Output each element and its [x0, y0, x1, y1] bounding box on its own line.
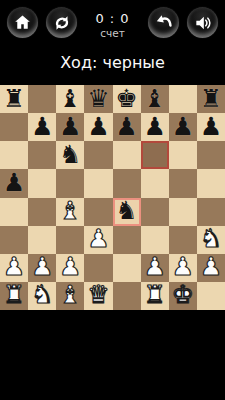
square-b8[interactable] [28, 85, 56, 113]
square-d6[interactable] [84, 141, 112, 169]
square-c4[interactable]: ♝ [56, 198, 84, 226]
square-c8[interactable]: ♝ [56, 85, 84, 113]
square-g3[interactable] [169, 226, 197, 254]
square-g8[interactable] [169, 85, 197, 113]
score-display: 0 : 0 счет [95, 12, 129, 39]
square-d8[interactable]: ♛ [84, 85, 112, 113]
chess-board: ♜♝♛♚♝♜♟♟♟♟♟♟♟♞♟♝♞♟♞♟♟♟♟♟♟♜♞♝♛♜♚ [0, 85, 225, 310]
square-b5[interactable] [28, 169, 56, 197]
square-e2[interactable] [113, 254, 141, 282]
piece-black-bishop: ♝ [143, 86, 165, 111]
piece-black-bishop: ♝ [59, 86, 81, 111]
piece-white-knight: ♞ [31, 282, 53, 307]
square-h4[interactable] [197, 198, 225, 226]
piece-black-pawn: ♟ [31, 114, 53, 139]
square-e7[interactable]: ♟ [113, 113, 141, 141]
square-f5[interactable] [141, 169, 169, 197]
speaker-icon [193, 13, 213, 33]
square-a1[interactable]: ♜ [0, 282, 28, 310]
square-h8[interactable]: ♜ [197, 85, 225, 113]
square-f7[interactable]: ♟ [141, 113, 169, 141]
piece-black-pawn: ♟ [3, 170, 25, 195]
square-d1[interactable]: ♛ [84, 282, 112, 310]
square-b3[interactable] [28, 226, 56, 254]
square-h5[interactable] [197, 169, 225, 197]
square-a3[interactable] [0, 226, 28, 254]
piece-white-bishop: ♝ [59, 282, 81, 307]
undo-button[interactable] [148, 7, 179, 38]
square-d5[interactable] [84, 169, 112, 197]
piece-black-pawn: ♟ [172, 114, 194, 139]
square-c5[interactable] [56, 169, 84, 197]
square-f2[interactable]: ♟ [141, 254, 169, 282]
piece-white-bishop: ♝ [59, 198, 81, 223]
square-e4[interactable]: ♞ [113, 198, 141, 226]
piece-black-pawn: ♟ [59, 114, 81, 139]
square-h1[interactable] [197, 282, 225, 310]
undo-arrow-icon [154, 13, 174, 33]
piece-black-knight: ♞ [59, 142, 81, 167]
square-c1[interactable]: ♝ [56, 282, 84, 310]
piece-white-rook: ♜ [3, 282, 25, 307]
square-g6[interactable] [169, 141, 197, 169]
restart-button[interactable] [46, 7, 77, 38]
piece-black-knight: ♞ [115, 198, 137, 223]
square-f8[interactable]: ♝ [141, 85, 169, 113]
square-b7[interactable]: ♟ [28, 113, 56, 141]
square-b4[interactable] [28, 198, 56, 226]
square-g1[interactable]: ♚ [169, 282, 197, 310]
square-e6[interactable] [113, 141, 141, 169]
square-d3[interactable]: ♟ [84, 226, 112, 254]
piece-white-knight: ♞ [200, 226, 222, 251]
square-f4[interactable] [141, 198, 169, 226]
piece-black-rook: ♜ [3, 86, 25, 111]
piece-white-king: ♚ [172, 282, 194, 307]
score-label: счет [95, 27, 129, 39]
square-c2[interactable]: ♟ [56, 254, 84, 282]
square-g4[interactable] [169, 198, 197, 226]
piece-white-rook: ♜ [143, 282, 165, 307]
square-d2[interactable] [84, 254, 112, 282]
square-h7[interactable]: ♟ [197, 113, 225, 141]
square-e3[interactable] [113, 226, 141, 254]
piece-white-pawn: ♟ [3, 254, 25, 279]
piece-black-rook: ♜ [200, 86, 222, 111]
square-b2[interactable]: ♟ [28, 254, 56, 282]
score-value: 0 : 0 [95, 12, 129, 27]
square-h6[interactable] [197, 141, 225, 169]
app-screen: 0 : 0 счет Ход: черные ♜♝♛♚♝♜♟♟♟♟♟♟♟♞♟♝♞… [0, 0, 225, 400]
refresh-icon [52, 13, 72, 33]
square-g5[interactable] [169, 169, 197, 197]
square-a8[interactable]: ♜ [0, 85, 28, 113]
square-b6[interactable] [28, 141, 56, 169]
piece-white-queen: ♛ [87, 282, 109, 307]
piece-black-pawn: ♟ [87, 114, 109, 139]
sound-button[interactable] [187, 7, 218, 38]
piece-black-pawn: ♟ [200, 114, 222, 139]
home-icon [13, 13, 32, 32]
square-e1[interactable] [113, 282, 141, 310]
piece-white-pawn: ♟ [143, 254, 165, 279]
square-c7[interactable]: ♟ [56, 113, 84, 141]
square-c6[interactable]: ♞ [56, 141, 84, 169]
square-e5[interactable] [113, 169, 141, 197]
square-f3[interactable] [141, 226, 169, 254]
square-a2[interactable]: ♟ [0, 254, 28, 282]
square-a7[interactable] [0, 113, 28, 141]
square-h3[interactable]: ♞ [197, 226, 225, 254]
square-b1[interactable]: ♞ [28, 282, 56, 310]
piece-white-pawn: ♟ [200, 254, 222, 279]
square-f6[interactable] [141, 141, 169, 169]
square-g2[interactable]: ♟ [169, 254, 197, 282]
square-c3[interactable] [56, 226, 84, 254]
square-d7[interactable]: ♟ [84, 113, 112, 141]
square-a6[interactable] [0, 141, 28, 169]
turn-indicator: Ход: черные [0, 53, 225, 72]
piece-white-pawn: ♟ [172, 254, 194, 279]
square-e8[interactable]: ♚ [113, 85, 141, 113]
home-button[interactable] [7, 7, 38, 38]
piece-white-pawn: ♟ [59, 254, 81, 279]
piece-black-pawn: ♟ [143, 114, 165, 139]
piece-white-pawn: ♟ [31, 254, 53, 279]
square-f1[interactable]: ♜ [141, 282, 169, 310]
piece-black-queen: ♛ [87, 86, 109, 111]
piece-black-pawn: ♟ [115, 114, 137, 139]
piece-black-king: ♚ [115, 86, 137, 111]
square-d4[interactable] [84, 198, 112, 226]
square-a4[interactable] [0, 198, 28, 226]
square-a5[interactable]: ♟ [0, 169, 28, 197]
square-h2[interactable]: ♟ [197, 254, 225, 282]
piece-white-pawn: ♟ [87, 226, 109, 251]
square-g7[interactable]: ♟ [169, 113, 197, 141]
